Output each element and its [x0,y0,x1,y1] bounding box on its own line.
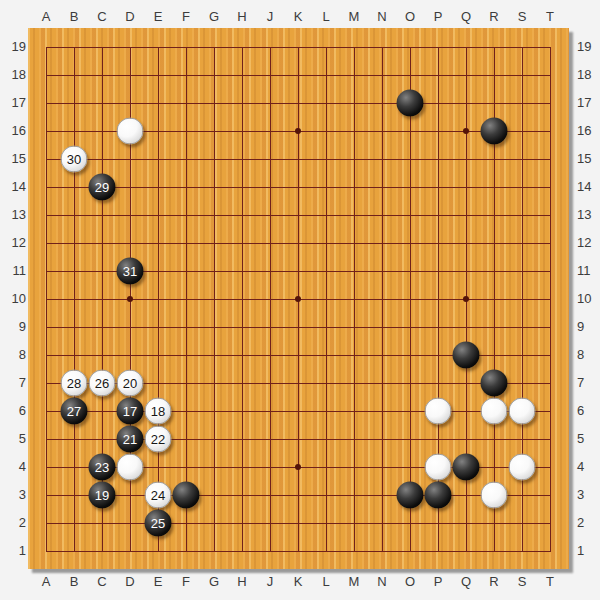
stone-white: 30 [61,146,88,173]
row-label-right: 5 [577,431,600,447]
star-point [127,296,133,302]
column-label-top: R [483,9,505,25]
stone-white: 26 [89,370,116,397]
stone-black: 23 [89,454,116,481]
column-label-bottom: O [399,574,421,590]
row-label-left: 1 [2,543,26,559]
row-label-left: 15 [2,151,26,167]
grid-line-horizontal [46,551,551,552]
column-label-bottom: R [483,574,505,590]
grid-line-horizontal [46,523,551,524]
column-label-bottom: P [427,574,449,590]
column-label-bottom: L [315,574,337,590]
stone-move-number: 28 [67,377,81,390]
column-label-top: C [91,9,113,25]
stone-black [481,370,508,397]
column-label-bottom: G [203,574,225,590]
column-label-bottom: J [259,574,281,590]
column-label-top: G [203,9,225,25]
stone-white [509,454,536,481]
stone-move-number: 30 [67,153,81,166]
stone-white: 28 [61,370,88,397]
column-label-bottom: S [511,574,533,590]
column-label-top: Q [455,9,477,25]
row-label-left: 6 [2,403,26,419]
stone-white [481,482,508,509]
row-label-right: 7 [577,375,600,391]
stone-move-number: 22 [151,433,165,446]
column-label-bottom: T [539,574,561,590]
column-label-bottom: K [287,574,309,590]
stone-white [117,454,144,481]
stone-white [425,454,452,481]
column-label-bottom: B [63,574,85,590]
column-label-bottom: H [231,574,253,590]
grid-line-vertical [410,47,411,552]
stone-move-number: 31 [123,265,137,278]
stone-move-number: 25 [151,517,165,530]
column-label-top: K [287,9,309,25]
row-label-right: 1 [577,543,600,559]
stone-white: 22 [145,426,172,453]
row-label-left: 4 [2,459,26,475]
stone-black [453,454,480,481]
row-label-left: 8 [2,347,26,363]
column-label-top: F [175,9,197,25]
row-label-right: 17 [577,95,600,111]
stone-black: 29 [89,174,116,201]
stone-black [425,482,452,509]
column-label-bottom: D [119,574,141,590]
stone-black [397,90,424,117]
stone-move-number: 19 [95,489,109,502]
stone-move-number: 24 [151,489,165,502]
stone-move-number: 21 [123,433,137,446]
stone-white [509,398,536,425]
stone-black [481,118,508,145]
row-label-left: 18 [2,67,26,83]
row-label-right: 19 [577,39,600,55]
star-point [463,128,469,134]
column-label-top: P [427,9,449,25]
stone-black: 25 [145,510,172,537]
row-label-right: 4 [577,459,600,475]
stone-move-number: 20 [123,377,137,390]
row-label-left: 14 [2,179,26,195]
row-label-left: 16 [2,123,26,139]
stone-move-number: 27 [67,405,81,418]
column-label-bottom: A [35,574,57,590]
column-label-top: M [343,9,365,25]
row-label-left: 3 [2,487,26,503]
star-point [295,128,301,134]
column-label-bottom: E [147,574,169,590]
stone-move-number: 18 [151,405,165,418]
stone-white [425,398,452,425]
grid-line-horizontal [46,327,551,328]
go-diagram: AABBCCDDEEFFGGHHJJKKLLMMNNOOPPQQRRSSTT19… [0,0,600,600]
stone-move-number: 23 [95,461,109,474]
column-label-top: T [539,9,561,25]
stone-black: 21 [117,426,144,453]
row-label-left: 7 [2,375,26,391]
star-point [463,296,469,302]
column-label-top: J [259,9,281,25]
stone-move-number: 29 [95,181,109,194]
grid-line-vertical [326,47,327,552]
row-label-left: 5 [2,431,26,447]
star-point [295,464,301,470]
column-label-top: H [231,9,253,25]
row-label-right: 8 [577,347,600,363]
column-label-top: N [371,9,393,25]
column-label-bottom: C [91,574,113,590]
grid-line-horizontal [46,495,551,496]
stone-black [453,342,480,369]
column-label-top: A [35,9,57,25]
stone-black [397,482,424,509]
stone-white: 24 [145,482,172,509]
column-label-bottom: Q [455,574,477,590]
star-point [295,296,301,302]
row-label-left: 13 [2,207,26,223]
row-label-right: 3 [577,487,600,503]
row-label-right: 14 [577,179,600,195]
stone-move-number: 26 [95,377,109,390]
row-label-left: 10 [2,291,26,307]
row-label-right: 6 [577,403,600,419]
row-label-right: 2 [577,515,600,531]
column-label-bottom: F [175,574,197,590]
grid-line-vertical [550,47,551,552]
row-label-right: 13 [577,207,600,223]
row-label-right: 15 [577,151,600,167]
stone-white [117,118,144,145]
grid-line-vertical [354,47,355,552]
stone-white: 20 [117,370,144,397]
stone-black: 27 [61,398,88,425]
column-label-top: E [147,9,169,25]
row-label-right: 18 [577,67,600,83]
row-label-left: 17 [2,95,26,111]
column-label-top: B [63,9,85,25]
column-label-top: L [315,9,337,25]
row-label-left: 9 [2,319,26,335]
grid-line-vertical [382,47,383,552]
row-label-right: 16 [577,123,600,139]
row-label-left: 19 [2,39,26,55]
row-label-right: 9 [577,319,600,335]
column-label-top: D [119,9,141,25]
column-label-top: O [399,9,421,25]
stone-black: 19 [89,482,116,509]
row-label-left: 11 [2,263,26,279]
stone-black: 17 [117,398,144,425]
stone-white [481,398,508,425]
column-label-bottom: N [371,574,393,590]
stone-white: 18 [145,398,172,425]
stone-black [173,482,200,509]
column-label-top: S [511,9,533,25]
column-label-bottom: M [343,574,365,590]
stone-black: 31 [117,258,144,285]
row-label-left: 2 [2,515,26,531]
row-label-right: 11 [577,263,600,279]
row-label-right: 10 [577,291,600,307]
stone-move-number: 17 [123,405,137,418]
row-label-left: 12 [2,235,26,251]
row-label-right: 12 [577,235,600,251]
